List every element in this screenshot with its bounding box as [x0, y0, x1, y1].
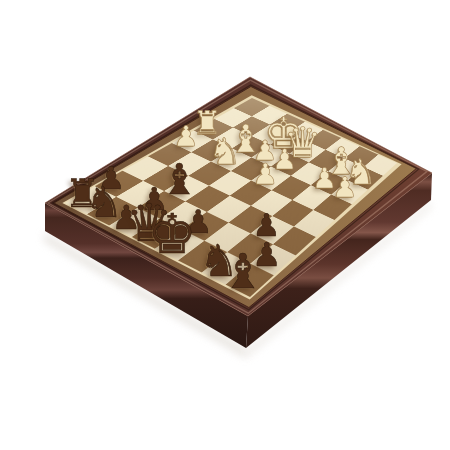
chess-set-photo: ♜♟♝♞♚♟♛♟♟♝♟♞♟♜♟♞♟♟♝♛♚♟♟♞♝♟ [0, 0, 450, 450]
